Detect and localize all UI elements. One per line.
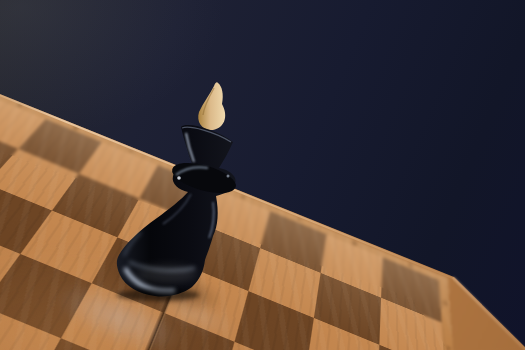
black-king-piece: ♚ (95, 72, 255, 312)
photo-stage: ♚ abcdefgh 87654321 ♚ (0, 0, 525, 350)
